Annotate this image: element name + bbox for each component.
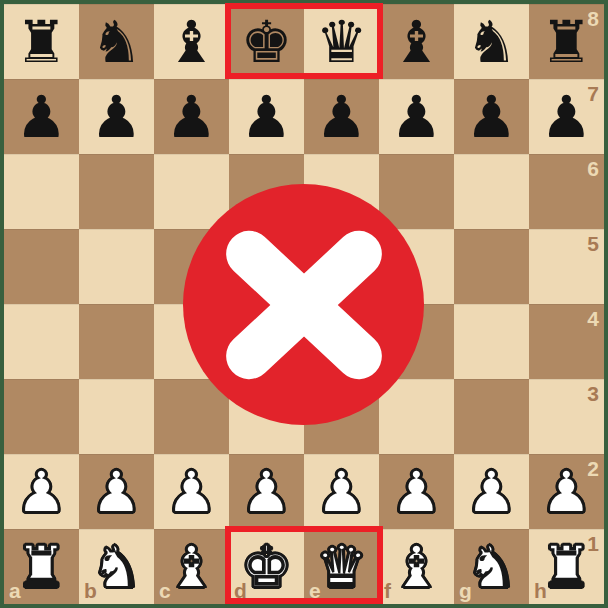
square-h7[interactable]: ♟7 [529, 79, 604, 154]
piece-black-pawn[interactable]: ♟ [229, 79, 304, 154]
square-e8[interactable]: ♛ [304, 4, 379, 79]
file-label-h: h [534, 580, 547, 601]
piece-white-pawn[interactable]: ♟ [304, 454, 379, 529]
rank-label-1: 1 [587, 533, 599, 554]
square-a5[interactable] [4, 229, 79, 304]
square-b2[interactable]: ♟ [79, 454, 154, 529]
piece-black-king[interactable]: ♚ [229, 4, 304, 79]
square-e7[interactable]: ♟ [304, 79, 379, 154]
square-a2[interactable]: ♟ [4, 454, 79, 529]
square-d7[interactable]: ♟ [229, 79, 304, 154]
square-f1[interactable]: ♝f [379, 529, 454, 604]
piece-black-pawn[interactable]: ♟ [154, 79, 229, 154]
square-f8[interactable]: ♝ [379, 4, 454, 79]
square-a7[interactable]: ♟ [4, 79, 79, 154]
square-c1[interactable]: ♝c [154, 529, 229, 604]
file-label-e: e [309, 580, 321, 601]
piece-white-pawn[interactable]: ♟ [154, 454, 229, 529]
piece-white-pawn[interactable]: ♟ [454, 454, 529, 529]
square-g8[interactable]: ♞ [454, 4, 529, 79]
square-c3[interactable] [154, 379, 229, 454]
square-d2[interactable]: ♟ [229, 454, 304, 529]
square-g3[interactable] [454, 379, 529, 454]
piece-black-pawn[interactable]: ♟ [379, 79, 454, 154]
piece-black-bishop[interactable]: ♝ [154, 4, 229, 79]
square-c2[interactable]: ♟ [154, 454, 229, 529]
square-a6[interactable] [4, 154, 79, 229]
piece-white-pawn[interactable]: ♟ [79, 454, 154, 529]
piece-black-pawn[interactable]: ♟ [4, 79, 79, 154]
rank-label-7: 7 [587, 83, 599, 104]
square-b5[interactable] [79, 229, 154, 304]
wrong-setup-circle [183, 184, 424, 425]
square-f2[interactable]: ♟ [379, 454, 454, 529]
rank-label-3: 3 [587, 383, 599, 404]
square-h2[interactable]: ♟2 [529, 454, 604, 529]
piece-black-rook[interactable]: ♜ [4, 4, 79, 79]
square-a8[interactable]: ♜ [4, 4, 79, 79]
square-f6[interactable] [379, 154, 454, 229]
square-a1[interactable]: ♜a [4, 529, 79, 604]
rank-label-4: 4 [587, 308, 599, 329]
file-label-d: d [234, 580, 247, 601]
square-g5[interactable] [454, 229, 529, 304]
square-b4[interactable] [79, 304, 154, 379]
file-label-a: a [9, 580, 21, 601]
rank-label-8: 8 [587, 8, 599, 29]
square-h4[interactable]: 4 [529, 304, 604, 379]
square-c7[interactable]: ♟ [154, 79, 229, 154]
square-h3[interactable]: 3 [529, 379, 604, 454]
square-c6[interactable] [154, 154, 229, 229]
piece-black-queen[interactable]: ♛ [304, 4, 379, 79]
rank-label-6: 6 [587, 158, 599, 179]
square-e2[interactable]: ♟ [304, 454, 379, 529]
piece-white-pawn[interactable]: ♟ [229, 454, 304, 529]
square-g6[interactable] [454, 154, 529, 229]
square-b6[interactable] [79, 154, 154, 229]
square-g7[interactable]: ♟ [454, 79, 529, 154]
file-label-f: f [384, 580, 391, 601]
square-f7[interactable]: ♟ [379, 79, 454, 154]
piece-black-bishop[interactable]: ♝ [379, 4, 454, 79]
square-d8[interactable]: ♚ [229, 4, 304, 79]
piece-black-pawn[interactable]: ♟ [304, 79, 379, 154]
square-a4[interactable] [4, 304, 79, 379]
file-label-g: g [459, 580, 472, 601]
square-b3[interactable] [79, 379, 154, 454]
square-h1[interactable]: ♜1h [529, 529, 604, 604]
square-h8[interactable]: ♜8 [529, 4, 604, 79]
square-g1[interactable]: ♞g [454, 529, 529, 604]
square-g2[interactable]: ♟ [454, 454, 529, 529]
piece-black-pawn[interactable]: ♟ [454, 79, 529, 154]
square-h5[interactable]: 5 [529, 229, 604, 304]
square-g4[interactable] [454, 304, 529, 379]
piece-black-knight[interactable]: ♞ [79, 4, 154, 79]
square-h6[interactable]: 6 [529, 154, 604, 229]
piece-white-pawn[interactable]: ♟ [4, 454, 79, 529]
square-b7[interactable]: ♟ [79, 79, 154, 154]
square-d1[interactable]: ♚d [229, 529, 304, 604]
square-a3[interactable] [4, 379, 79, 454]
square-f3[interactable] [379, 379, 454, 454]
square-b1[interactable]: ♞b [79, 529, 154, 604]
piece-black-knight[interactable]: ♞ [454, 4, 529, 79]
square-e1[interactable]: ♛e [304, 529, 379, 604]
square-c8[interactable]: ♝ [154, 4, 229, 79]
piece-black-pawn[interactable]: ♟ [79, 79, 154, 154]
piece-white-pawn[interactable]: ♟ [379, 454, 454, 529]
rank-label-5: 5 [587, 233, 599, 254]
rank-label-2: 2 [587, 458, 599, 479]
square-b8[interactable]: ♞ [79, 4, 154, 79]
chessboard-diagram: ♜♞♝♚♛♝♞♜8♟♟♟♟♟♟♟♟76543♟♟♟♟♟♟♟♟2♜a♞b♝c♚d♛… [0, 0, 608, 608]
file-label-b: b [84, 580, 97, 601]
file-label-c: c [159, 580, 171, 601]
